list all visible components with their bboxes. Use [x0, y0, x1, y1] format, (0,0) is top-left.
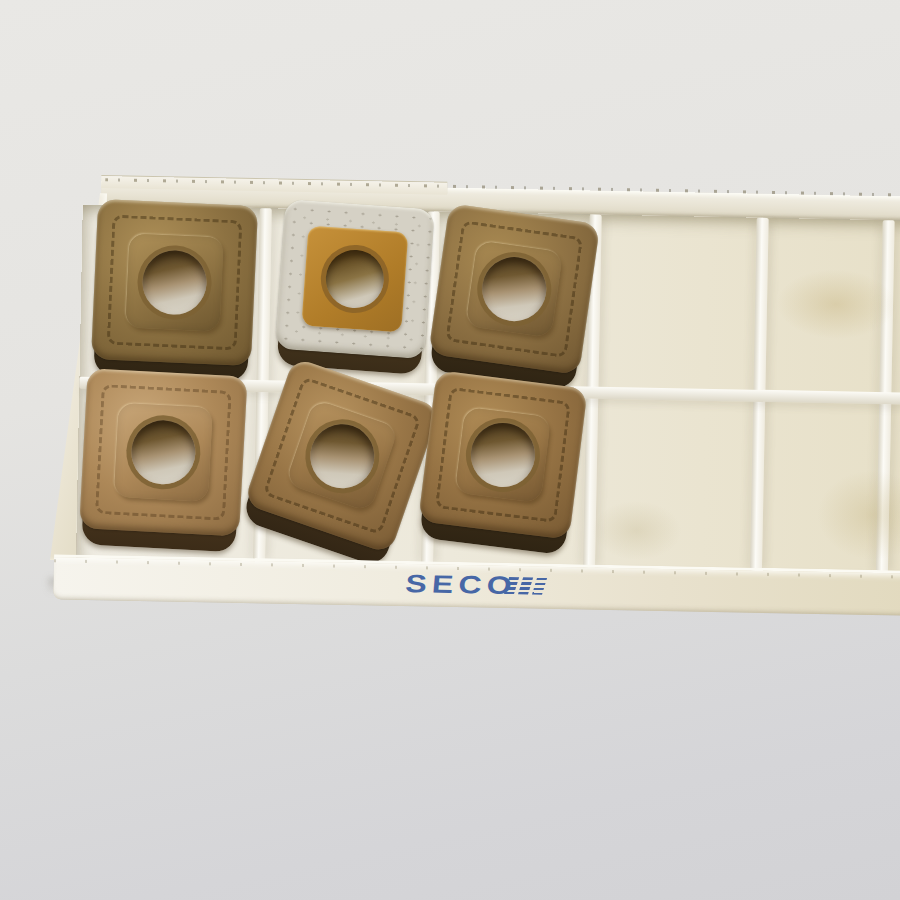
stripe-bar: [518, 577, 533, 594]
insert-hole: [324, 248, 386, 310]
insert-gold-center: [301, 226, 408, 333]
photo-insert-case: SECO: [0, 0, 900, 900]
compartment-r2c4: [595, 399, 753, 573]
insert-row1-col3: [426, 203, 600, 391]
stripe-bar: [532, 577, 547, 594]
insert-case: SECO: [47, 174, 900, 615]
insert-face: [418, 370, 588, 540]
insert-silver-face: [275, 199, 435, 359]
seco-logo-stripes-icon: [506, 576, 544, 594]
insert-row1-col1: [90, 199, 258, 382]
seco-logo: SECO: [405, 573, 544, 596]
insert-row1-col2-flipped: [274, 199, 435, 375]
insert-face: [428, 203, 600, 375]
insert-face: [79, 368, 247, 536]
compartment-r1c5: [765, 218, 882, 392]
insert-row2-col1: [78, 368, 247, 552]
compartment-r1c4: [598, 215, 756, 390]
insert-face: [91, 199, 258, 366]
compartment-r2c5: [762, 402, 879, 575]
seco-logo-text: SECO: [405, 573, 518, 595]
insert-row2-col3: [416, 370, 588, 555]
